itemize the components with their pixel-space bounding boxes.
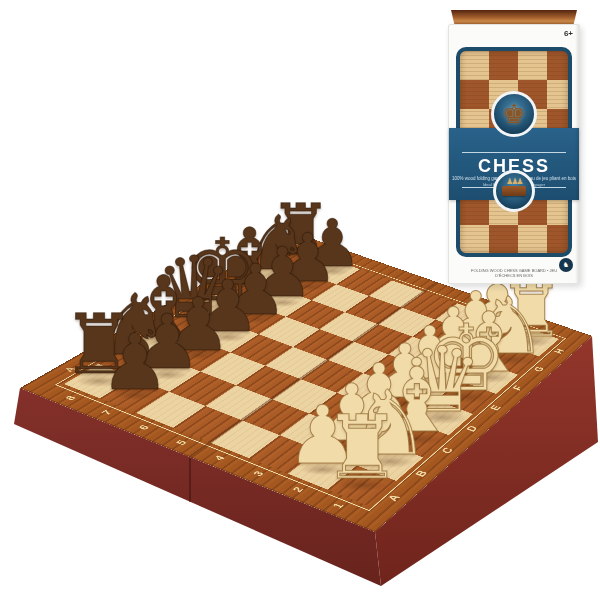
wooden-piece-box-icon: ♟♟♟ [502, 186, 526, 196]
piece-box-badge: ♟♟♟ [493, 170, 535, 212]
product-scene: AABBCCDDEEFFGGHH12345678 ♜♞♝♛♚♝♞♜♟♟♟♟♟♟♟… [0, 0, 600, 600]
box-footer-text: FOLDING WOOD CHESS GAME BOARD • JEU D'ÉC… [462, 268, 566, 278]
band-divider-top [462, 152, 566, 153]
piece-black-pawn[interactable]: ♟ [58, 324, 213, 401]
king-badge: ♚ [491, 91, 537, 137]
age-badge: 6+ [564, 29, 573, 38]
box-front: 6+ CHESS 100% wood folding game board • … [448, 24, 580, 284]
wooden-king-icon: ♚ [502, 101, 525, 127]
mini-pawns-icon: ♟♟♟ [502, 178, 526, 186]
piece-white-rook[interactable]: ♜ [274, 404, 450, 492]
brand-logo: ♞ [559, 258, 573, 272]
product-box: 6+ CHESS 100% wood folding game board • … [448, 10, 580, 284]
